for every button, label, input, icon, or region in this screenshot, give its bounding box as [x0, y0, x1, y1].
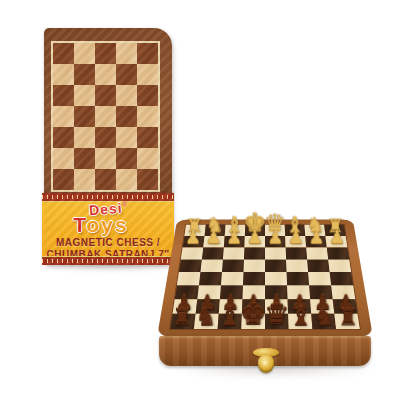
lid-square	[53, 148, 74, 169]
board-square[interactable]: ♜	[334, 314, 359, 329]
brass-clasp[interactable]	[253, 348, 279, 382]
white-pawn[interactable]: ♟	[308, 229, 324, 247]
lid-square	[74, 43, 95, 64]
black-bishop[interactable]: ♝	[218, 303, 241, 329]
brand-logo: Desi® Toys	[42, 201, 174, 235]
board-square[interactable]	[222, 260, 244, 273]
black-bishop[interactable]: ♝	[289, 303, 312, 329]
board-square[interactable]: ♝	[288, 314, 312, 329]
white-pawn[interactable]: ♟	[267, 229, 283, 247]
lid-square	[95, 43, 116, 64]
lid-square	[95, 169, 116, 190]
lid-square	[116, 148, 137, 169]
lid-square	[137, 169, 158, 190]
board-square[interactable]	[202, 247, 224, 259]
black-rook[interactable]: ♜	[172, 306, 192, 329]
board-square[interactable]	[330, 272, 354, 285]
board-square[interactable]: ♝	[218, 314, 242, 329]
board-rim: ♜♞♝♚♛♝♞♜♟♟♟♟♟♟♟♟♟♟♟♟♟♟♟♟♜♞♝♚♛♝♞♜	[157, 219, 373, 337]
black-queen[interactable]: ♛	[264, 300, 290, 329]
lid-square	[116, 43, 137, 64]
open-chess-box: ♜♞♝♚♛♝♞♜♟♟♟♟♟♟♟♟♟♟♟♟♟♟♟♟♜♞♝♚♛♝♞♜	[157, 121, 373, 337]
lid-square	[95, 127, 116, 148]
registered-mark-icon: ®	[122, 201, 127, 208]
board-square[interactable]	[243, 272, 265, 285]
board-square[interactable]: ♚	[241, 314, 265, 329]
board-square[interactable]	[200, 260, 222, 273]
board-square[interactable]	[265, 260, 287, 273]
lid-square	[137, 127, 158, 148]
clasp-shell-icon	[258, 355, 274, 373]
closed-box-checker-lid	[51, 41, 160, 192]
lid-square	[53, 127, 74, 148]
board-square[interactable]: ♟	[285, 236, 306, 248]
board-square[interactable]	[265, 247, 286, 259]
brand-desi: Desi	[88, 201, 122, 217]
board-square[interactable]: ♞	[311, 314, 336, 329]
board-square[interactable]	[286, 260, 308, 273]
white-pawn[interactable]: ♟	[329, 229, 345, 247]
white-pawn[interactable]: ♟	[247, 229, 263, 247]
lid-square	[95, 85, 116, 106]
black-king[interactable]: ♚	[239, 298, 266, 329]
lid-square	[53, 43, 74, 64]
board-square[interactable]	[243, 260, 265, 273]
board-square[interactable]	[308, 272, 331, 285]
lid-square	[137, 85, 158, 106]
board-square[interactable]: ♟	[224, 236, 245, 248]
lid-square	[95, 106, 116, 127]
lid-square	[116, 64, 137, 85]
board-square[interactable]: ♟	[203, 236, 224, 248]
board-square[interactable]	[307, 260, 329, 273]
closed-chess-box: Desi® Toys MAGNETIC CHESS / CHUMBAK SATR…	[44, 28, 172, 265]
white-pawn[interactable]: ♟	[206, 229, 222, 247]
product-photo: Desi® Toys MAGNETIC CHESS / CHUMBAK SATR…	[0, 0, 400, 400]
board-square[interactable]: ♛	[265, 314, 289, 329]
black-knight[interactable]: ♞	[314, 305, 335, 329]
board-square[interactable]	[199, 272, 222, 285]
lid-square	[95, 148, 116, 169]
board-square[interactable]	[265, 272, 287, 285]
lid-square	[53, 169, 74, 190]
lid-square	[95, 64, 116, 85]
black-knight[interactable]: ♞	[195, 305, 216, 329]
lid-square	[116, 85, 137, 106]
board-square[interactable]: ♟	[244, 236, 265, 248]
board-square[interactable]	[223, 247, 245, 259]
lid-square	[116, 169, 137, 190]
board-square[interactable]	[306, 247, 328, 259]
lid-square	[53, 85, 74, 106]
board-square[interactable]	[244, 247, 265, 259]
label-border-bottom	[42, 256, 174, 265]
lid-square	[74, 64, 95, 85]
lid-square	[116, 106, 137, 127]
board-square[interactable]	[177, 272, 201, 285]
lid-square	[74, 148, 95, 169]
product-title-line1: MAGNETIC CHESS /	[42, 237, 174, 248]
board-square[interactable]	[181, 247, 203, 259]
board-square[interactable]	[179, 260, 202, 273]
lid-square	[137, 148, 158, 169]
lid-square	[74, 106, 95, 127]
board-square[interactable]: ♟	[183, 236, 205, 248]
board-square[interactable]	[221, 272, 244, 285]
white-pawn[interactable]: ♟	[288, 229, 304, 247]
white-pawn[interactable]: ♟	[185, 229, 201, 247]
lid-square	[74, 127, 95, 148]
board-square[interactable]: ♞	[194, 314, 219, 329]
board-square[interactable]: ♟	[305, 236, 326, 248]
lid-square	[116, 127, 137, 148]
board-square[interactable]	[328, 260, 351, 273]
lid-square	[137, 43, 158, 64]
lid-square	[74, 85, 95, 106]
board-square[interactable]: ♜	[170, 314, 195, 329]
white-pawn[interactable]: ♟	[226, 229, 242, 247]
lid-square	[137, 64, 158, 85]
board-square[interactable]: ♟	[325, 236, 347, 248]
lid-square	[137, 106, 158, 127]
lid-square	[53, 106, 74, 127]
lid-square	[53, 64, 74, 85]
product-label: Desi® Toys MAGNETIC CHESS / CHUMBAK SATR…	[42, 193, 174, 265]
board-square[interactable]: ♟	[265, 236, 286, 248]
chess-board: ♜♞♝♚♛♝♞♜♟♟♟♟♟♟♟♟♟♟♟♟♟♟♟♟♜♞♝♚♛♝♞♜	[170, 225, 360, 329]
board-square[interactable]	[327, 247, 349, 259]
black-rook[interactable]: ♜	[338, 306, 358, 329]
board-square[interactable]	[286, 247, 308, 259]
board-square[interactable]	[287, 272, 310, 285]
lid-square	[74, 169, 95, 190]
